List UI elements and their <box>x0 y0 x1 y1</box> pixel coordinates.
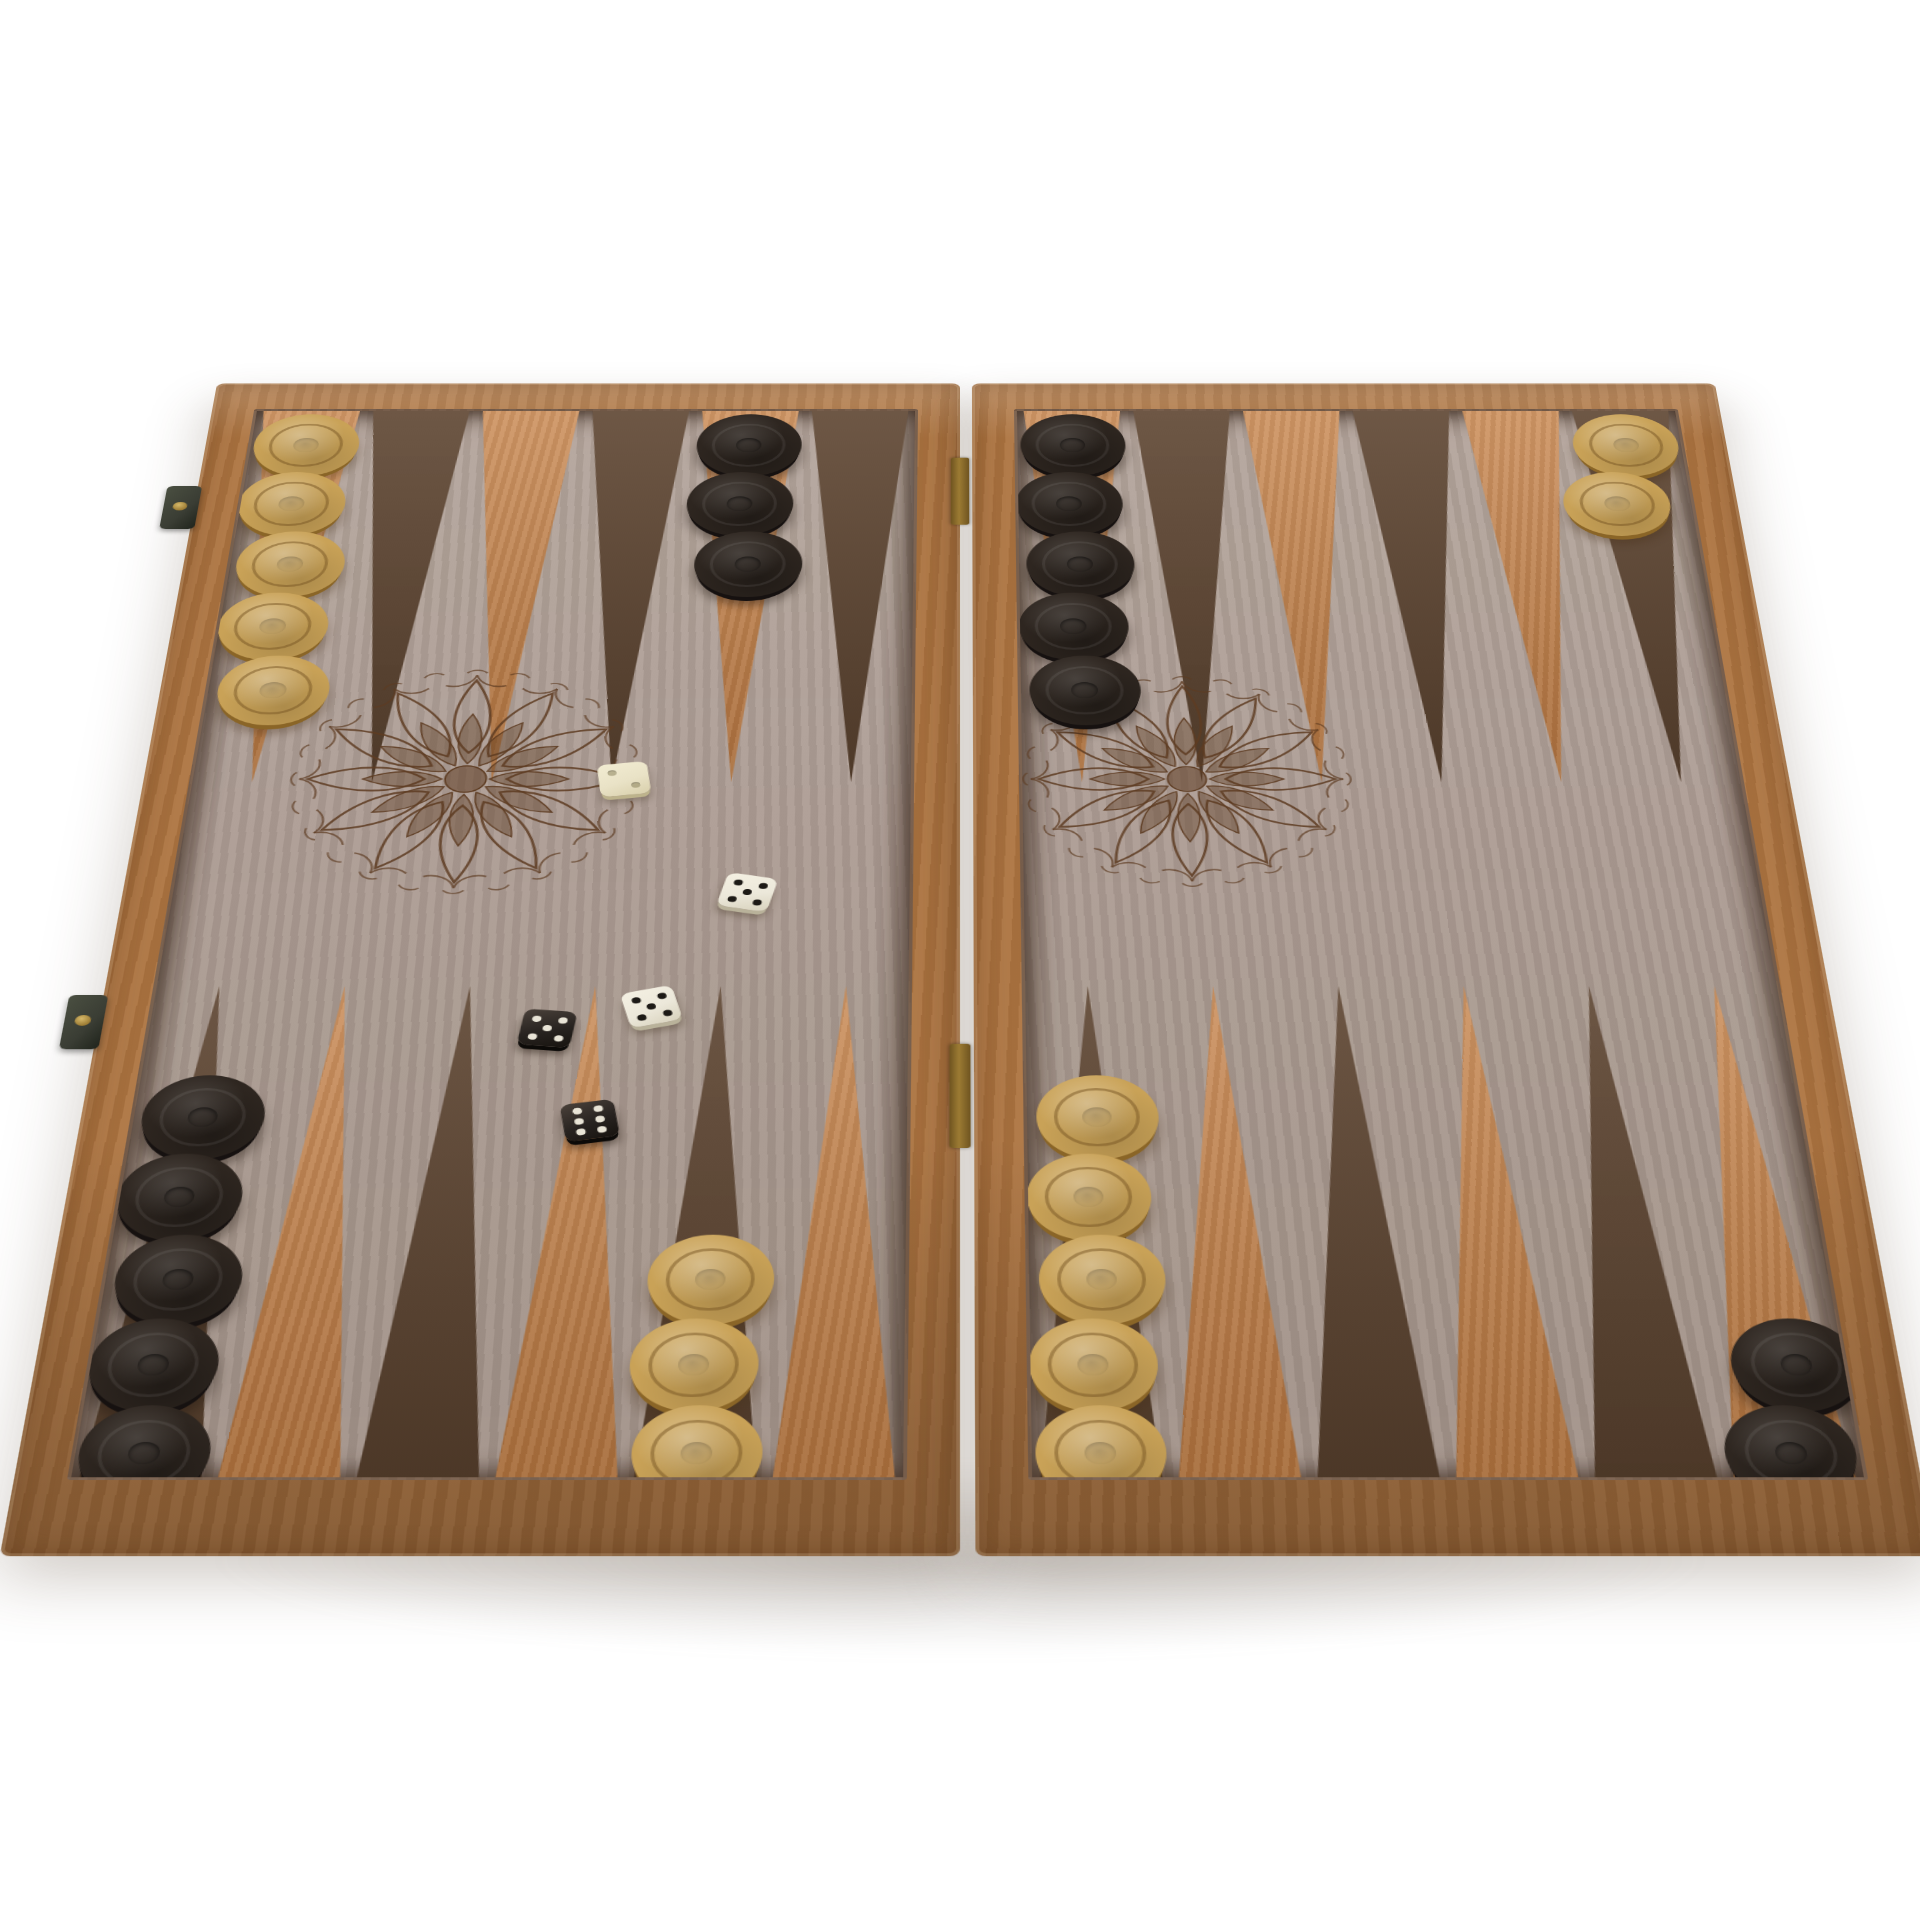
checker-light-point-13[interactable] <box>212 656 334 726</box>
checker-light-point-6[interactable] <box>1026 1154 1153 1241</box>
die-white-5[interactable] <box>716 872 778 912</box>
checker-dark-point-19[interactable] <box>1020 414 1127 476</box>
point-16[interactable] <box>550 411 696 799</box>
checker-dark-point-19[interactable] <box>1016 472 1124 536</box>
die-pip <box>542 1025 553 1032</box>
point-7[interactable] <box>764 968 908 1478</box>
board-left-half <box>0 383 960 1556</box>
brass-hinge <box>951 457 970 524</box>
checker-light-point-6[interactable] <box>1038 1235 1167 1325</box>
die-pip <box>631 782 641 788</box>
die-pip <box>727 895 738 902</box>
die-pip <box>558 1017 569 1024</box>
die-pip <box>527 1033 538 1040</box>
backgammon-board-photo <box>0 0 1920 1920</box>
board-right-half <box>972 383 1920 1556</box>
die-pip <box>630 996 641 1004</box>
checker-dark-point-19[interactable] <box>1026 531 1136 597</box>
die-pip <box>656 992 667 1000</box>
die-white-5[interactable] <box>620 984 683 1027</box>
die-pip <box>733 879 744 886</box>
die-pip <box>553 1035 564 1042</box>
checker-light-point-13[interactable] <box>231 531 349 597</box>
point-18[interactable] <box>790 411 915 799</box>
checker-dark-point-12[interactable] <box>107 1235 248 1325</box>
checker-light-point-13[interactable] <box>212 593 332 661</box>
point-5[interactable] <box>1150 968 1310 1478</box>
checker-dark-point-19[interactable] <box>1018 593 1129 661</box>
die-pip <box>607 770 616 776</box>
die-pip <box>574 1117 584 1125</box>
die-pip <box>531 1015 542 1022</box>
point-9[interactable] <box>487 968 659 1478</box>
brass-hinge <box>949 1044 970 1148</box>
die-pip <box>646 1002 657 1010</box>
point-10[interactable] <box>349 968 535 1478</box>
point-3[interactable] <box>1399 968 1586 1478</box>
checker-dark-point-17[interactable] <box>692 531 803 597</box>
checker-light-point-6[interactable] <box>1036 1075 1161 1159</box>
point-21[interactable] <box>1236 411 1383 799</box>
case-latch <box>159 486 202 529</box>
die-black-6[interactable] <box>560 1098 620 1141</box>
die-pip <box>595 1115 605 1123</box>
case-latch <box>59 995 108 1049</box>
die-pip <box>752 899 763 906</box>
die-black-5[interactable] <box>517 1009 578 1048</box>
checker-light-point-13[interactable] <box>233 472 350 536</box>
die-pip <box>758 882 769 889</box>
point-20[interactable] <box>1127 411 1263 799</box>
backgammon-case-open <box>0 383 1920 1556</box>
checker-dark-point-1[interactable] <box>1718 1405 1865 1480</box>
die-pip <box>636 1013 647 1021</box>
checker-dark-point-12[interactable] <box>110 1154 248 1241</box>
left-playing-field <box>67 409 918 1480</box>
die-pip <box>742 889 753 896</box>
checker-light-point-6[interactable] <box>1028 1319 1159 1412</box>
die-pip <box>594 1105 604 1112</box>
die-pip <box>576 1128 587 1136</box>
checker-dark-point-12[interactable] <box>135 1075 271 1159</box>
die-pip <box>572 1107 582 1114</box>
checker-light-point-8[interactable] <box>644 1235 775 1325</box>
die-pip <box>597 1125 608 1133</box>
mandala-engraving-left <box>268 667 654 897</box>
die-pip <box>662 1009 673 1017</box>
die-cream-2[interactable] <box>596 761 651 797</box>
point-4[interactable] <box>1274 968 1448 1478</box>
checker-dark-point-19[interactable] <box>1029 656 1142 726</box>
right-playing-field <box>1014 409 1868 1480</box>
